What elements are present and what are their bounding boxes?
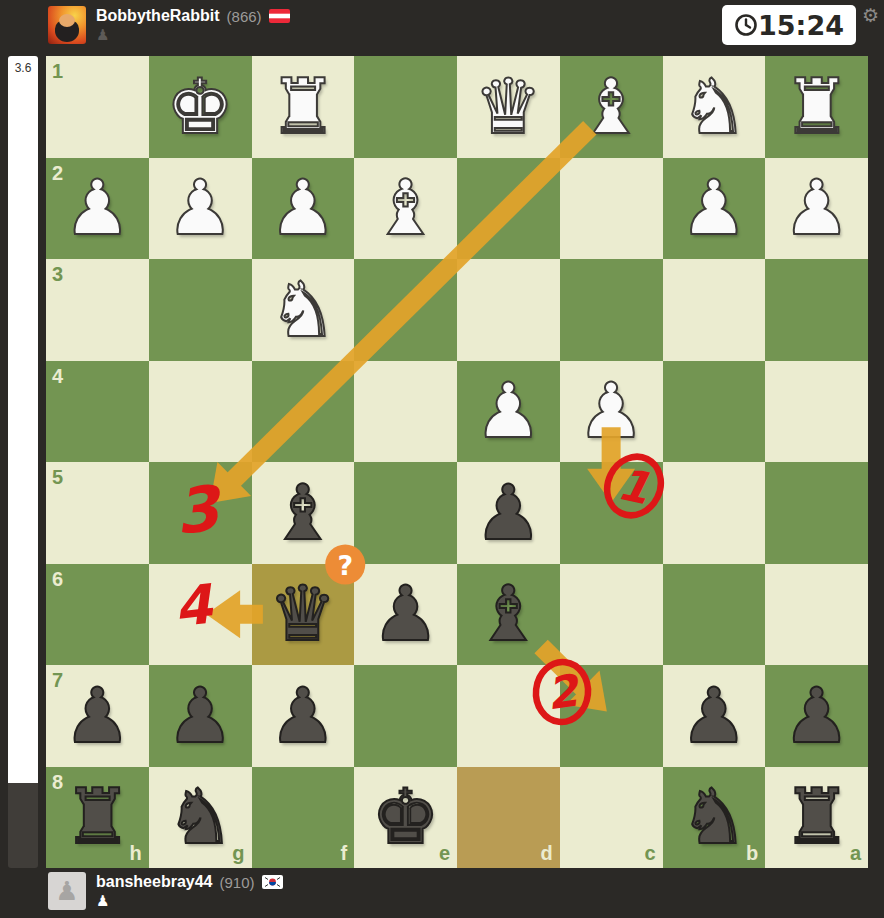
clock-icon	[734, 13, 758, 37]
black-rook-a8[interactable]: ♜	[765, 767, 868, 869]
square-a4[interactable]	[765, 361, 868, 463]
square-d3[interactable]	[457, 259, 560, 361]
black-pawn-d5[interactable]: ♟	[457, 462, 560, 564]
default-pawn-avatar-icon: ♟	[55, 878, 78, 904]
square-b4[interactable]	[663, 361, 766, 463]
white-knight-f3[interactable]: ♞	[252, 259, 355, 361]
square-f4[interactable]	[252, 361, 355, 463]
square-h2[interactable]: 2♟	[46, 158, 149, 260]
square-h1[interactable]: 1	[46, 56, 149, 158]
eval-score: 3.6	[8, 61, 38, 75]
square-c4[interactable]: ♟	[560, 361, 663, 463]
square-d4[interactable]: ♟	[457, 361, 560, 463]
black-pawn-e6[interactable]: ♟	[354, 564, 457, 666]
rank-label-3: 3	[52, 264, 63, 284]
eval-bar: 3.6	[8, 56, 38, 868]
square-d1[interactable]: ♛	[457, 56, 560, 158]
bottom-player-avatar[interactable]: ♟	[48, 872, 86, 910]
square-c1[interactable]: ♝	[560, 56, 663, 158]
white-bishop-c1[interactable]: ♝	[560, 56, 663, 158]
white-rook-a1[interactable]: ♜	[765, 56, 868, 158]
white-knight-b1[interactable]: ♞	[663, 56, 766, 158]
top-player-info: BobbytheRabbit (866) ♟	[96, 7, 290, 43]
black-pawn-a7[interactable]: ♟	[765, 665, 868, 767]
square-f8[interactable]: f	[252, 767, 355, 869]
square-h7[interactable]: 7♟	[46, 665, 149, 767]
white-pawn-a2[interactable]: ♟	[765, 158, 868, 260]
black-bishop-d6[interactable]: ♝	[457, 564, 560, 666]
square-a2[interactable]: ♟	[765, 158, 868, 260]
bottom-player-info: bansheebray44 (910) ♟	[96, 873, 283, 909]
top-player-piece-icon: ♟	[96, 28, 290, 43]
square-c8[interactable]: c	[560, 767, 663, 869]
square-c7[interactable]	[560, 665, 663, 767]
square-a5[interactable]	[765, 462, 868, 564]
square-g6[interactable]	[149, 564, 252, 666]
south-korea-flag-icon	[262, 875, 283, 889]
bottom-player-piece-icon: ♟	[96, 894, 283, 909]
square-b2[interactable]: ♟	[663, 158, 766, 260]
square-a8[interactable]: a♜	[765, 767, 868, 869]
square-d8[interactable]: d	[457, 767, 560, 869]
square-e2[interactable]: ♝	[354, 158, 457, 260]
square-g5[interactable]	[149, 462, 252, 564]
square-c2[interactable]	[560, 158, 663, 260]
square-c3[interactable]	[560, 259, 663, 361]
black-queen-f6[interactable]: ♛	[252, 564, 355, 666]
square-h8[interactable]: 8h♜	[46, 767, 149, 869]
black-king-e8[interactable]: ♚	[354, 767, 457, 869]
white-pawn-d4[interactable]: ♟	[457, 361, 560, 463]
bottom-player-rating: (910)	[220, 874, 255, 891]
square-h5[interactable]: 5	[46, 462, 149, 564]
game-window: BobbytheRabbit (866) ♟ 15:24 ⚙ 3.6 1♚♜♛♝…	[0, 0, 884, 918]
square-g3[interactable]	[149, 259, 252, 361]
square-b7[interactable]: ♟	[663, 665, 766, 767]
square-c5[interactable]	[560, 462, 663, 564]
square-e1[interactable]	[354, 56, 457, 158]
square-c6[interactable]	[560, 564, 663, 666]
black-knight-g8[interactable]: ♞	[149, 767, 252, 869]
settings-gear-icon[interactable]: ⚙	[862, 6, 879, 25]
square-g1[interactable]: ♚	[149, 56, 252, 158]
top-player-clock: 15:24	[722, 5, 856, 45]
top-clock-time: 15:24	[758, 10, 844, 41]
square-a1[interactable]: ♜	[765, 56, 868, 158]
square-b3[interactable]	[663, 259, 766, 361]
bottom-player-name[interactable]: bansheebray44	[96, 873, 213, 891]
top-player-avatar[interactable]	[48, 6, 86, 44]
square-a3[interactable]	[765, 259, 868, 361]
black-pawn-h7[interactable]: ♟	[46, 665, 149, 767]
black-bishop-f5[interactable]: ♝	[252, 462, 355, 564]
white-rook-f1[interactable]: ♜	[252, 56, 355, 158]
rank-label-1: 1	[52, 61, 63, 81]
white-queen-d1[interactable]: ♛	[457, 56, 560, 158]
square-g4[interactable]	[149, 361, 252, 463]
square-g2[interactable]: ♟	[149, 158, 252, 260]
file-label-f: f	[341, 843, 348, 863]
rank-label-4: 4	[52, 366, 63, 386]
square-b6[interactable]	[663, 564, 766, 666]
chess-board[interactable]: 1♚♜♛♝♞♜2♟♟♟♝♟♟3♞4♟♟5♝♟6♛♟♝7♟♟♟♟♟8h♜g♞fe♚…	[46, 56, 868, 868]
white-bishop-e2[interactable]: ♝	[354, 158, 457, 260]
square-d6[interactable]: ♝	[457, 564, 560, 666]
file-label-d: d	[541, 843, 553, 863]
square-f2[interactable]: ♟	[252, 158, 355, 260]
rank-label-5: 5	[52, 467, 63, 487]
top-player-rating: (866)	[227, 8, 262, 25]
white-pawn-f2[interactable]: ♟	[252, 158, 355, 260]
square-f3[interactable]: ♞	[252, 259, 355, 361]
square-d5[interactable]: ♟	[457, 462, 560, 564]
square-f5[interactable]: ♝	[252, 462, 355, 564]
top-player-bar: BobbytheRabbit (866) ♟ 15:24 ⚙	[0, 0, 884, 56]
square-f6[interactable]: ♛	[252, 564, 355, 666]
austria-flag-icon	[269, 9, 290, 23]
square-e7[interactable]	[354, 665, 457, 767]
square-e8[interactable]: e♚	[354, 767, 457, 869]
black-rook-h8[interactable]: ♜	[46, 767, 149, 869]
square-g7[interactable]: ♟	[149, 665, 252, 767]
square-f7[interactable]: ♟	[252, 665, 355, 767]
square-d7[interactable]	[457, 665, 560, 767]
square-h4[interactable]: 4	[46, 361, 149, 463]
square-e5[interactable]	[354, 462, 457, 564]
square-b8[interactable]: b♞	[663, 767, 766, 869]
top-player-name[interactable]: BobbytheRabbit	[96, 7, 220, 25]
square-g8[interactable]: g♞	[149, 767, 252, 869]
black-pawn-f7[interactable]: ♟	[252, 665, 355, 767]
rank-label-6: 6	[52, 569, 63, 589]
white-pawn-g2[interactable]: ♟	[149, 158, 252, 260]
square-d2[interactable]	[457, 158, 560, 260]
eval-bar-white-portion	[8, 56, 38, 783]
square-h6[interactable]: 6	[46, 564, 149, 666]
square-h3[interactable]: 3	[46, 259, 149, 361]
square-a7[interactable]: ♟	[765, 665, 868, 767]
bottom-player-bar: ♟ bansheebray44 (910) ♟ 14:49	[0, 868, 884, 918]
white-king-g1[interactable]: ♚	[149, 56, 252, 158]
black-knight-b8[interactable]: ♞	[663, 767, 766, 869]
square-b5[interactable]	[663, 462, 766, 564]
square-b1[interactable]: ♞	[663, 56, 766, 158]
square-e3[interactable]	[354, 259, 457, 361]
square-f1[interactable]: ♜	[252, 56, 355, 158]
white-pawn-h2[interactable]: ♟	[46, 158, 149, 260]
white-pawn-b2[interactable]: ♟	[663, 158, 766, 260]
avatar-art	[59, 14, 75, 27]
white-pawn-c4[interactable]: ♟	[560, 361, 663, 463]
square-e4[interactable]	[354, 361, 457, 463]
square-e6[interactable]: ♟	[354, 564, 457, 666]
square-a6[interactable]	[765, 564, 868, 666]
black-pawn-g7[interactable]: ♟	[149, 665, 252, 767]
black-pawn-b7[interactable]: ♟	[663, 665, 766, 767]
file-label-c: c	[644, 843, 655, 863]
